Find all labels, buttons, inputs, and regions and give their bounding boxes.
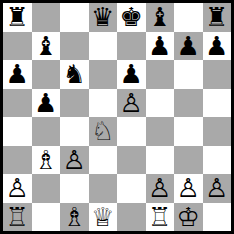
square-f7[interactable]: ♟ — [146, 32, 175, 61]
white-pawn-c3: ♙ — [63, 146, 86, 175]
black-pawn-b5: ♟ — [34, 89, 57, 118]
square-c1[interactable]: ♗ — [60, 203, 89, 232]
white-pawn-g2: ♙ — [177, 174, 200, 203]
black-knight-c6: ♞ — [63, 60, 86, 89]
square-e1[interactable] — [117, 203, 146, 232]
square-b1[interactable] — [32, 203, 61, 232]
square-d2[interactable] — [89, 174, 118, 203]
square-d3[interactable] — [89, 146, 118, 175]
square-a5[interactable] — [3, 89, 32, 118]
square-g8[interactable] — [174, 3, 203, 32]
square-g6[interactable] — [174, 60, 203, 89]
white-bishop-b3: ♗ — [34, 146, 57, 175]
square-b6[interactable] — [32, 60, 61, 89]
square-e6[interactable]: ♟ — [117, 60, 146, 89]
board-frame: ♜♛♚♝♜♝♟♟♟♟♞♟♟♙♘♗♙♙♙♙♙♖♗♕♖♔ — [0, 0, 234, 234]
square-c3[interactable]: ♙ — [60, 146, 89, 175]
square-a4[interactable] — [3, 117, 32, 146]
white-knight-d4: ♘ — [91, 117, 114, 146]
square-f2[interactable]: ♙ — [146, 174, 175, 203]
square-f3[interactable] — [146, 146, 175, 175]
square-a6[interactable]: ♟ — [3, 60, 32, 89]
square-g3[interactable] — [174, 146, 203, 175]
black-pawn-a6: ♟ — [6, 60, 29, 89]
square-d7[interactable] — [89, 32, 118, 61]
square-e2[interactable] — [117, 174, 146, 203]
square-c5[interactable] — [60, 89, 89, 118]
white-pawn-a2: ♙ — [6, 174, 29, 203]
chess-board: ♜♛♚♝♜♝♟♟♟♟♞♟♟♙♘♗♙♙♙♙♙♖♗♕♖♔ — [3, 3, 231, 231]
black-pawn-h7: ♟ — [205, 32, 228, 61]
black-pawn-e6: ♟ — [120, 60, 143, 89]
black-pawn-g7: ♟ — [177, 32, 200, 61]
black-bishop-f8: ♝ — [148, 3, 171, 32]
square-d6[interactable] — [89, 60, 118, 89]
square-b4[interactable] — [32, 117, 61, 146]
square-d8[interactable]: ♛ — [89, 3, 118, 32]
square-g7[interactable]: ♟ — [174, 32, 203, 61]
black-rook-a8: ♜ — [6, 3, 29, 32]
square-f4[interactable] — [146, 117, 175, 146]
white-queen-d1: ♕ — [91, 203, 114, 232]
square-c7[interactable] — [60, 32, 89, 61]
black-bishop-b7: ♝ — [34, 32, 57, 61]
black-king-e8: ♚ — [120, 3, 143, 32]
square-e5[interactable]: ♙ — [117, 89, 146, 118]
black-rook-h8: ♜ — [205, 3, 228, 32]
square-h1[interactable] — [203, 203, 232, 232]
white-pawn-h2: ♙ — [205, 174, 228, 203]
square-g5[interactable] — [174, 89, 203, 118]
square-c2[interactable] — [60, 174, 89, 203]
square-h3[interactable] — [203, 146, 232, 175]
square-c6[interactable]: ♞ — [60, 60, 89, 89]
square-c8[interactable] — [60, 3, 89, 32]
square-e7[interactable] — [117, 32, 146, 61]
white-rook-a1: ♖ — [6, 203, 29, 232]
square-g4[interactable] — [174, 117, 203, 146]
square-f8[interactable]: ♝ — [146, 3, 175, 32]
black-queen-d8: ♛ — [91, 3, 114, 32]
square-a1[interactable]: ♖ — [3, 203, 32, 232]
square-h4[interactable] — [203, 117, 232, 146]
square-f5[interactable] — [146, 89, 175, 118]
square-h8[interactable]: ♜ — [203, 3, 232, 32]
square-f6[interactable] — [146, 60, 175, 89]
square-h7[interactable]: ♟ — [203, 32, 232, 61]
square-e3[interactable] — [117, 146, 146, 175]
white-pawn-f2: ♙ — [148, 174, 171, 203]
square-h6[interactable] — [203, 60, 232, 89]
square-e8[interactable]: ♚ — [117, 3, 146, 32]
square-f1[interactable]: ♖ — [146, 203, 175, 232]
square-h5[interactable] — [203, 89, 232, 118]
square-b3[interactable]: ♗ — [32, 146, 61, 175]
white-king-g1: ♔ — [177, 203, 200, 232]
square-a8[interactable]: ♜ — [3, 3, 32, 32]
square-a2[interactable]: ♙ — [3, 174, 32, 203]
square-e4[interactable] — [117, 117, 146, 146]
square-b2[interactable] — [32, 174, 61, 203]
black-pawn-f7: ♟ — [148, 32, 171, 61]
square-b8[interactable] — [32, 3, 61, 32]
white-rook-f1: ♖ — [148, 203, 171, 232]
white-pawn-e5: ♙ — [120, 89, 143, 118]
square-c4[interactable] — [60, 117, 89, 146]
square-a7[interactable] — [3, 32, 32, 61]
square-d5[interactable] — [89, 89, 118, 118]
square-d4[interactable]: ♘ — [89, 117, 118, 146]
square-d1[interactable]: ♕ — [89, 203, 118, 232]
square-h2[interactable]: ♙ — [203, 174, 232, 203]
square-a3[interactable] — [3, 146, 32, 175]
square-b5[interactable]: ♟ — [32, 89, 61, 118]
white-bishop-c1: ♗ — [63, 203, 86, 232]
square-g2[interactable]: ♙ — [174, 174, 203, 203]
square-b7[interactable]: ♝ — [32, 32, 61, 61]
square-g1[interactable]: ♔ — [174, 203, 203, 232]
